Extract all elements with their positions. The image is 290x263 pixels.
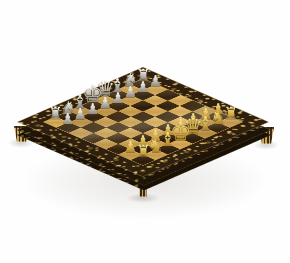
chess-set-photo: ♜♟♟♜♞♟♟♞♝♟♟♝♛♟♟♛♚♟♟♚♝♟♟♝♞♟♟♞♜♟♟♜ <box>0 0 290 263</box>
silver-pawn[interactable]: ♟ <box>149 74 162 89</box>
silver-pawn[interactable]: ♟ <box>86 102 99 117</box>
silver-pawn[interactable]: ♟ <box>99 96 112 111</box>
silver-pawn[interactable]: ♟ <box>124 85 137 100</box>
silver-pawn[interactable]: ♟ <box>74 107 87 122</box>
silver-pawn[interactable]: ♟ <box>61 112 74 127</box>
gold-rook[interactable]: ♜ <box>135 143 150 160</box>
silver-pawn[interactable]: ♟ <box>136 80 149 95</box>
silver-pawn[interactable]: ♟ <box>111 91 124 106</box>
